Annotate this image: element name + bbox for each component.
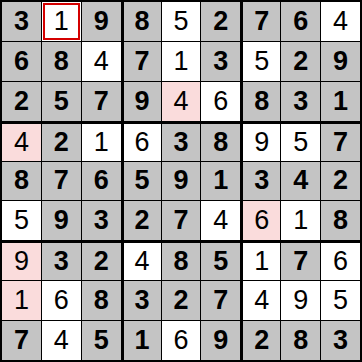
cell-r9c9[interactable]: 3	[321, 321, 360, 360]
cell-r8c5[interactable]: 2	[162, 281, 201, 320]
cell-r2c4[interactable]: 7	[122, 42, 161, 81]
cell-r6c6[interactable]: 4	[201, 201, 240, 240]
cell-r1c8[interactable]: 6	[281, 2, 320, 41]
cell-r8c6[interactable]: 7	[201, 281, 240, 320]
cell-r9c4[interactable]: 1	[122, 321, 161, 360]
cell-r7c5[interactable]: 8	[162, 241, 201, 280]
cell-r3c7[interactable]: 8	[241, 82, 280, 121]
cell-r1c7[interactable]: 7	[241, 2, 280, 41]
cell-r9c1[interactable]: 7	[2, 321, 41, 360]
cell-r9c8[interactable]: 8	[281, 321, 320, 360]
cell-r3c8[interactable]: 3	[281, 82, 320, 121]
cell-r6c4[interactable]: 2	[122, 201, 161, 240]
cell-r7c9[interactable]: 6	[321, 241, 360, 280]
cell-r5c5[interactable]: 9	[162, 162, 201, 201]
cell-r6c1[interactable]: 5	[2, 201, 41, 240]
cell-r7c4[interactable]: 4	[122, 241, 161, 280]
cell-r5c2[interactable]: 7	[42, 162, 81, 201]
cell-r1c9[interactable]: 4	[321, 2, 360, 41]
cell-r8c2[interactable]: 6	[42, 281, 81, 320]
cell-r1c3[interactable]: 9	[82, 2, 121, 41]
cell-r4c8[interactable]: 5	[281, 122, 320, 161]
cell-r4c3[interactable]: 1	[82, 122, 121, 161]
cell-r6c3[interactable]: 3	[82, 201, 121, 240]
cell-r4c2[interactable]: 2	[42, 122, 81, 161]
cell-r5c8[interactable]: 4	[281, 162, 320, 201]
cell-r1c2[interactable]: 1	[42, 2, 81, 41]
cell-r5c7[interactable]: 3	[241, 162, 280, 201]
cell-r3c2[interactable]: 5	[42, 82, 81, 121]
cell-r8c8[interactable]: 9	[281, 281, 320, 320]
cell-r6c7[interactable]: 6	[241, 201, 280, 240]
cell-r3c5[interactable]: 4	[162, 82, 201, 121]
cell-r1c1[interactable]: 3	[2, 2, 41, 41]
cell-r3c4[interactable]: 9	[122, 82, 161, 121]
cell-r7c7[interactable]: 1	[241, 241, 280, 280]
cell-r4c7[interactable]: 9	[241, 122, 280, 161]
cell-r1c5[interactable]: 5	[162, 2, 201, 41]
cell-r5c1[interactable]: 8	[2, 162, 41, 201]
cell-r9c7[interactable]: 2	[241, 321, 280, 360]
cell-r6c2[interactable]: 9	[42, 201, 81, 240]
cell-r2c9[interactable]: 9	[321, 42, 360, 81]
cell-r2c7[interactable]: 5	[241, 42, 280, 81]
cell-r3c6[interactable]: 6	[201, 82, 240, 121]
cell-r8c1[interactable]: 1	[2, 281, 41, 320]
cell-r5c4[interactable]: 5	[122, 162, 161, 201]
cell-r9c2[interactable]: 4	[42, 321, 81, 360]
cell-r5c6[interactable]: 1	[201, 162, 240, 201]
cell-r2c2[interactable]: 8	[42, 42, 81, 81]
cell-r1c4[interactable]: 8	[122, 2, 161, 41]
cell-r7c6[interactable]: 5	[201, 241, 240, 280]
cell-r6c9[interactable]: 8	[321, 201, 360, 240]
cell-r1c6[interactable]: 2	[201, 2, 240, 41]
cell-r4c6[interactable]: 8	[201, 122, 240, 161]
cell-r6c8[interactable]: 1	[281, 201, 320, 240]
cell-r7c8[interactable]: 7	[281, 241, 320, 280]
cell-r8c3[interactable]: 8	[82, 281, 121, 320]
cell-r5c9[interactable]: 2	[321, 162, 360, 201]
cell-r5c3[interactable]: 6	[82, 162, 121, 201]
cell-r8c9[interactable]: 5	[321, 281, 360, 320]
cell-r3c1[interactable]: 2	[2, 82, 41, 121]
cell-r4c5[interactable]: 3	[162, 122, 201, 161]
cell-r8c7[interactable]: 4	[241, 281, 280, 320]
cell-r7c1[interactable]: 9	[2, 241, 41, 280]
cell-r3c3[interactable]: 7	[82, 82, 121, 121]
cell-r8c4[interactable]: 3	[122, 281, 161, 320]
cell-r9c5[interactable]: 6	[162, 321, 201, 360]
cell-r2c1[interactable]: 6	[2, 42, 41, 81]
cell-r7c3[interactable]: 2	[82, 241, 121, 280]
cell-r3c9[interactable]: 1	[321, 82, 360, 121]
cell-r2c3[interactable]: 4	[82, 42, 121, 81]
sudoku-board: 3198527646847135292579468314216389578765…	[0, 0, 362, 362]
cell-r4c1[interactable]: 4	[2, 122, 41, 161]
cell-r2c5[interactable]: 1	[162, 42, 201, 81]
cell-r2c8[interactable]: 2	[281, 42, 320, 81]
cell-r9c6[interactable]: 9	[201, 321, 240, 360]
cell-r9c3[interactable]: 5	[82, 321, 121, 360]
cell-r4c4[interactable]: 6	[122, 122, 161, 161]
cell-r6c5[interactable]: 7	[162, 201, 201, 240]
cell-r7c2[interactable]: 3	[42, 241, 81, 280]
cell-r2c6[interactable]: 3	[201, 42, 240, 81]
cell-r4c9[interactable]: 7	[321, 122, 360, 161]
